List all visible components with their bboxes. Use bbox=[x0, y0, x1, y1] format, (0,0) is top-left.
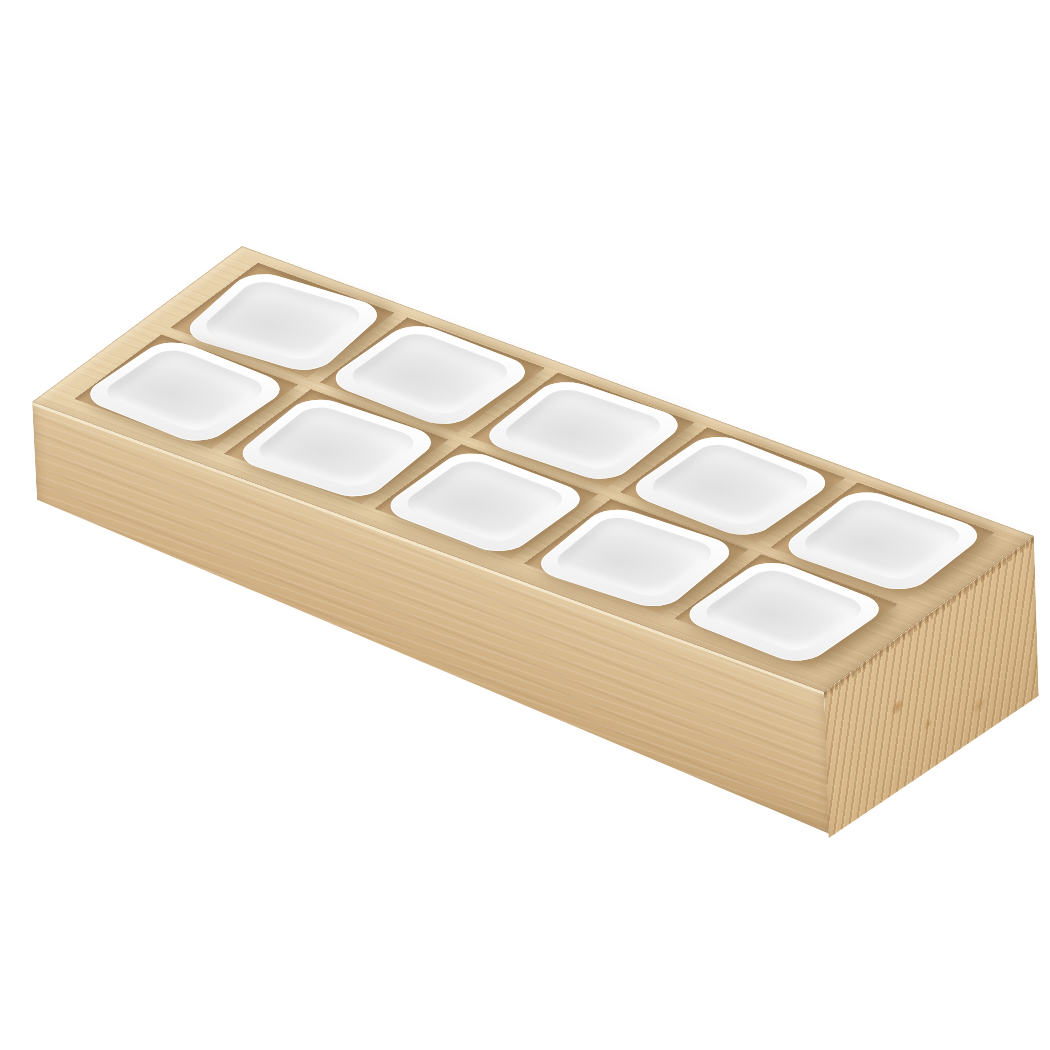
cup-cavity bbox=[697, 565, 871, 654]
cup-cavity bbox=[251, 403, 423, 491]
cup-cavity bbox=[198, 277, 369, 363]
cup-cavity bbox=[497, 385, 669, 473]
cup-cavity bbox=[344, 329, 518, 418]
product-photo-stage bbox=[0, 0, 1050, 1050]
cup-cavity bbox=[796, 495, 969, 583]
cup-cavity bbox=[644, 440, 818, 529]
cup-cavity bbox=[399, 456, 572, 545]
cup-cavity bbox=[98, 345, 272, 434]
mancala-tray bbox=[0, 0, 1050, 1050]
cup-cavity bbox=[549, 513, 721, 600]
